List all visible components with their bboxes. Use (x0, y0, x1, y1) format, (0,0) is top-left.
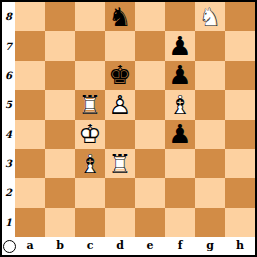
square-a1[interactable] (15, 208, 45, 237)
square-f1[interactable] (165, 208, 195, 237)
black-king-d6[interactable]: ♚ (105, 61, 135, 90)
square-f4[interactable]: ♟ (165, 120, 195, 149)
white-king-c4[interactable]: ♚♔ (75, 120, 105, 149)
square-e2[interactable] (135, 178, 165, 207)
square-f3[interactable] (165, 149, 195, 178)
square-a4[interactable] (15, 120, 45, 149)
file-labels: abcdefgh (15, 237, 255, 255)
white-pawn-glyph: ♟♙ (108, 92, 131, 118)
square-h7[interactable] (225, 31, 255, 60)
white-bishop-glyph: ♝♗ (78, 151, 101, 177)
square-f5[interactable]: ♝♗ (165, 90, 195, 119)
rank-label-7: 7 (2, 31, 15, 60)
square-h4[interactable] (225, 120, 255, 149)
square-e7[interactable] (135, 31, 165, 60)
square-c6[interactable] (75, 61, 105, 90)
square-g8[interactable]: ♞♘ (195, 2, 225, 31)
file-label-h: h (225, 237, 255, 255)
white-to-move-indicator (3, 240, 16, 253)
square-b7[interactable] (45, 31, 75, 60)
square-h1[interactable] (225, 208, 255, 237)
black-pawn-f6[interactable]: ♟ (165, 61, 195, 90)
square-e5[interactable] (135, 90, 165, 119)
black-king-glyph: ♚ (108, 62, 131, 88)
square-h5[interactable] (225, 90, 255, 119)
square-g6[interactable] (195, 61, 225, 90)
square-c1[interactable] (75, 208, 105, 237)
black-knight-glyph: ♞ (108, 4, 131, 30)
white-knight-g8[interactable]: ♞♘ (195, 2, 225, 31)
square-d1[interactable] (105, 208, 135, 237)
black-pawn-f4[interactable]: ♟ (165, 120, 195, 149)
white-knight-glyph: ♞♘ (198, 4, 221, 30)
white-king-glyph: ♚♔ (78, 121, 101, 147)
square-c4[interactable]: ♚♔ (75, 120, 105, 149)
file-label-d: d (105, 237, 135, 255)
chess-diagram: 87654321 ♞♞♘♟♚♟♜♖♟♙♝♗♚♔♟♝♗♜♖ abcdefgh (0, 0, 257, 257)
square-a5[interactable] (15, 90, 45, 119)
square-g1[interactable] (195, 208, 225, 237)
square-g3[interactable] (195, 149, 225, 178)
square-g2[interactable] (195, 178, 225, 207)
square-d2[interactable] (105, 178, 135, 207)
square-a7[interactable] (15, 31, 45, 60)
white-bishop-f5[interactable]: ♝♗ (165, 90, 195, 119)
square-h6[interactable] (225, 61, 255, 90)
square-c8[interactable] (75, 2, 105, 31)
square-b1[interactable] (45, 208, 75, 237)
rank-label-3: 3 (2, 149, 15, 178)
square-f7[interactable]: ♟ (165, 31, 195, 60)
square-d7[interactable] (105, 31, 135, 60)
black-pawn-f7[interactable]: ♟ (165, 31, 195, 60)
square-g7[interactable] (195, 31, 225, 60)
square-h3[interactable] (225, 149, 255, 178)
square-e1[interactable] (135, 208, 165, 237)
square-a2[interactable] (15, 178, 45, 207)
square-d4[interactable] (105, 120, 135, 149)
square-e4[interactable] (135, 120, 165, 149)
square-g5[interactable] (195, 90, 225, 119)
black-pawn-glyph: ♟ (168, 121, 191, 147)
square-g4[interactable] (195, 120, 225, 149)
chess-board[interactable]: ♞♞♘♟♚♟♜♖♟♙♝♗♚♔♟♝♗♜♖ (15, 2, 255, 237)
square-c5[interactable]: ♜♖ (75, 90, 105, 119)
white-bishop-c3[interactable]: ♝♗ (75, 149, 105, 178)
rank-label-2: 2 (2, 178, 15, 207)
white-rook-c5[interactable]: ♜♖ (75, 90, 105, 119)
black-pawn-glyph: ♟ (168, 62, 191, 88)
file-label-f: f (165, 237, 195, 255)
rank-labels: 87654321 (2, 2, 15, 237)
white-bishop-glyph: ♝♗ (168, 92, 191, 118)
white-pawn-d5[interactable]: ♟♙ (105, 90, 135, 119)
rank-label-5: 5 (2, 90, 15, 119)
square-h2[interactable] (225, 178, 255, 207)
square-f2[interactable] (165, 178, 195, 207)
file-label-g: g (195, 237, 225, 255)
white-rook-d3[interactable]: ♜♖ (105, 149, 135, 178)
square-d6[interactable]: ♚ (105, 61, 135, 90)
black-pawn-glyph: ♟ (168, 33, 191, 59)
square-c7[interactable] (75, 31, 105, 60)
square-e3[interactable] (135, 149, 165, 178)
square-h8[interactable] (225, 2, 255, 31)
square-b3[interactable] (45, 149, 75, 178)
rank-label-1: 1 (2, 208, 15, 237)
file-label-a: a (15, 237, 45, 255)
square-b6[interactable] (45, 61, 75, 90)
square-d5[interactable]: ♟♙ (105, 90, 135, 119)
rank-label-8: 8 (2, 2, 15, 31)
black-knight-d8[interactable]: ♞ (105, 2, 135, 31)
square-f8[interactable] (165, 2, 195, 31)
file-label-e: e (135, 237, 165, 255)
square-d3[interactable]: ♜♖ (105, 149, 135, 178)
square-b4[interactable] (45, 120, 75, 149)
file-label-c: c (75, 237, 105, 255)
square-c2[interactable] (75, 178, 105, 207)
file-label-b: b (45, 237, 75, 255)
square-b2[interactable] (45, 178, 75, 207)
square-f6[interactable]: ♟ (165, 61, 195, 90)
square-d8[interactable]: ♞ (105, 2, 135, 31)
square-a6[interactable] (15, 61, 45, 90)
square-e6[interactable] (135, 61, 165, 90)
square-b5[interactable] (45, 90, 75, 119)
square-a3[interactable] (15, 149, 45, 178)
square-c3[interactable]: ♝♗ (75, 149, 105, 178)
white-rook-glyph: ♜♖ (78, 92, 101, 118)
square-b8[interactable] (45, 2, 75, 31)
rank-label-4: 4 (2, 120, 15, 149)
square-e8[interactable] (135, 2, 165, 31)
square-a8[interactable] (15, 2, 45, 31)
white-rook-glyph: ♜♖ (108, 151, 131, 177)
rank-label-6: 6 (2, 61, 15, 90)
